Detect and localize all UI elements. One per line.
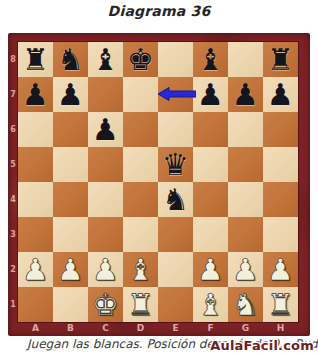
square-a7: ♟ — [18, 77, 53, 112]
rank-label-6: 6 — [8, 112, 18, 147]
square-d3 — [123, 217, 158, 252]
black-pawn: ♟ — [57, 80, 84, 110]
white-knight: ♞ — [232, 290, 259, 320]
rank-label-7: 7 — [8, 77, 18, 112]
square-b6 — [53, 112, 88, 147]
file-label-b: B — [53, 322, 88, 336]
square-b1 — [53, 287, 88, 322]
square-g5 — [228, 147, 263, 182]
square-e8 — [158, 42, 193, 77]
rank-label-4: 4 — [8, 182, 18, 217]
square-e4: ♞ — [158, 182, 193, 217]
file-label-h: H — [263, 322, 298, 336]
black-bishop: ♝ — [92, 45, 119, 75]
square-c1: ♚ — [88, 287, 123, 322]
square-a1 — [18, 287, 53, 322]
square-d2: ♝ — [123, 252, 158, 287]
square-g1: ♞ — [228, 287, 263, 322]
square-b5 — [53, 147, 88, 182]
square-c7 — [88, 77, 123, 112]
square-h3 — [263, 217, 298, 252]
square-f3 — [193, 217, 228, 252]
white-pawn: ♟ — [22, 255, 49, 285]
square-g8 — [228, 42, 263, 77]
black-rook: ♜ — [22, 45, 49, 75]
square-a3 — [18, 217, 53, 252]
square-b7: ♟ — [53, 77, 88, 112]
square-a8: ♜ — [18, 42, 53, 77]
square-d1: ♜ — [123, 287, 158, 322]
square-h8: ♜ — [263, 42, 298, 77]
square-f5 — [193, 147, 228, 182]
square-h1: ♜ — [263, 287, 298, 322]
watermark-text: AulaFacil.com — [210, 338, 314, 353]
rank-label-1: 1 — [8, 287, 18, 322]
square-g6 — [228, 112, 263, 147]
square-c3 — [88, 217, 123, 252]
square-g2: ♟ — [228, 252, 263, 287]
white-pawn: ♟ — [267, 255, 294, 285]
square-h7: ♟ — [263, 77, 298, 112]
white-pawn: ♟ — [232, 255, 259, 285]
square-b2: ♟ — [53, 252, 88, 287]
black-bishop: ♝ — [197, 45, 224, 75]
square-a6 — [18, 112, 53, 147]
chess-diagram: Diagrama 36 ♜♞♝♚♝♜♟♟♟♟♟♟♛♞♟♟♟♝♟♟♟♚♜♝♞♜ 8… — [0, 0, 318, 356]
square-e5: ♛ — [158, 147, 193, 182]
black-knight: ♞ — [57, 45, 84, 75]
white-rook: ♜ — [127, 290, 154, 320]
chess-board: ♜♞♝♚♝♜♟♟♟♟♟♟♛♞♟♟♟♝♟♟♟♚♜♝♞♜ — [18, 42, 298, 322]
white-pawn: ♟ — [92, 255, 119, 285]
square-c4 — [88, 182, 123, 217]
square-c6: ♟ — [88, 112, 123, 147]
diagram-title: Diagrama 36 — [0, 3, 318, 19]
file-label-f: F — [193, 322, 228, 336]
black-pawn: ♟ — [232, 80, 259, 110]
square-h4 — [263, 182, 298, 217]
square-c2: ♟ — [88, 252, 123, 287]
rank-label-2: 2 — [8, 252, 18, 287]
rank-labels: 87654321 — [8, 42, 18, 322]
rank-label-5: 5 — [8, 147, 18, 182]
file-label-g: G — [228, 322, 263, 336]
square-f7: ♟ — [193, 77, 228, 112]
square-f1: ♝ — [193, 287, 228, 322]
file-label-c: C — [88, 322, 123, 336]
white-pawn: ♟ — [197, 255, 224, 285]
square-g3 — [228, 217, 263, 252]
square-c5 — [88, 147, 123, 182]
file-labels: ABCDEFGH — [18, 322, 298, 336]
board-frame: ♜♞♝♚♝♜♟♟♟♟♟♟♛♞♟♟♟♝♟♟♟♚♜♝♞♜ 87654321 ABCD… — [8, 33, 310, 336]
black-pawn: ♟ — [92, 115, 119, 145]
annotation-arrow-icon — [158, 87, 196, 101]
square-a4 — [18, 182, 53, 217]
black-pawn: ♟ — [197, 80, 224, 110]
rank-label-8: 8 — [8, 42, 18, 77]
square-e3 — [158, 217, 193, 252]
square-b4 — [53, 182, 88, 217]
square-h2: ♟ — [263, 252, 298, 287]
square-a2: ♟ — [18, 252, 53, 287]
black-queen: ♛ — [162, 150, 189, 180]
square-e1 — [158, 287, 193, 322]
square-f6 — [193, 112, 228, 147]
black-knight: ♞ — [162, 185, 189, 215]
square-h5 — [263, 147, 298, 182]
black-pawn: ♟ — [22, 80, 49, 110]
white-bishop: ♝ — [127, 255, 154, 285]
white-king: ♚ — [92, 290, 119, 320]
black-king: ♚ — [127, 45, 154, 75]
file-label-e: E — [158, 322, 193, 336]
square-g7: ♟ — [228, 77, 263, 112]
square-b8: ♞ — [53, 42, 88, 77]
square-b3 — [53, 217, 88, 252]
square-f2: ♟ — [193, 252, 228, 287]
square-d4 — [123, 182, 158, 217]
file-label-d: D — [123, 322, 158, 336]
square-c8: ♝ — [88, 42, 123, 77]
white-pawn: ♟ — [57, 255, 84, 285]
white-bishop: ♝ — [197, 290, 224, 320]
square-d8: ♚ — [123, 42, 158, 77]
black-pawn: ♟ — [267, 80, 294, 110]
square-g4 — [228, 182, 263, 217]
square-f4 — [193, 182, 228, 217]
square-d5 — [123, 147, 158, 182]
square-a5 — [18, 147, 53, 182]
file-label-a: A — [18, 322, 53, 336]
square-d6 — [123, 112, 158, 147]
square-d7 — [123, 77, 158, 112]
square-e6 — [158, 112, 193, 147]
black-rook: ♜ — [267, 45, 294, 75]
square-h6 — [263, 112, 298, 147]
square-f8: ♝ — [193, 42, 228, 77]
white-rook: ♜ — [267, 290, 294, 320]
rank-label-3: 3 — [8, 217, 18, 252]
square-e2 — [158, 252, 193, 287]
